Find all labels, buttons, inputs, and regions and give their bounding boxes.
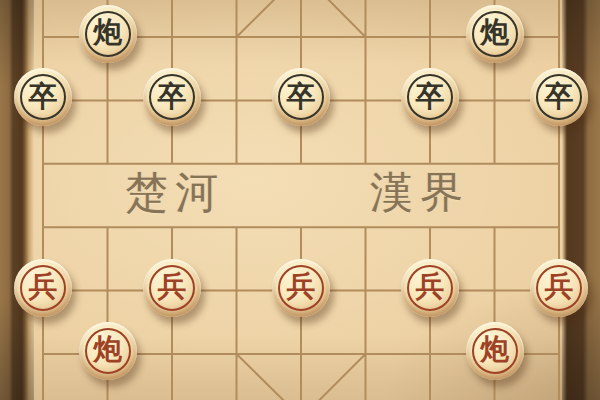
piece-black-soldier[interactable]: 卒 <box>401 68 459 126</box>
piece-glyph: 卒 <box>545 82 574 111</box>
piece-red-soldier[interactable]: 兵 <box>143 259 201 317</box>
piece-glyph: 卒 <box>29 82 58 111</box>
piece-glyph: 卒 <box>287 82 316 111</box>
piece-glyph: 炮 <box>93 18 122 47</box>
piece-glyph: 兵 <box>416 272 445 301</box>
piece-black-soldier[interactable]: 卒 <box>272 68 330 126</box>
piece-glyph: 炮 <box>480 18 509 47</box>
piece-black-soldier[interactable]: 卒 <box>530 68 588 126</box>
piece-glyph: 卒 <box>158 82 187 111</box>
piece-red-cannon[interactable]: 炮 <box>466 322 524 380</box>
piece-black-cannon[interactable]: 炮 <box>466 5 524 63</box>
piece-black-cannon[interactable]: 炮 <box>79 5 137 63</box>
piece-black-soldier[interactable]: 卒 <box>14 68 72 126</box>
xiangqi-board[interactable]: 楚河 漢界 炮炮卒卒卒卒卒兵兵兵兵兵炮炮 <box>0 0 600 400</box>
piece-red-soldier[interactable]: 兵 <box>14 259 72 317</box>
piece-glyph: 兵 <box>158 272 187 301</box>
piece-glyph: 炮 <box>480 335 509 364</box>
piece-black-soldier[interactable]: 卒 <box>143 68 201 126</box>
piece-red-soldier[interactable]: 兵 <box>272 259 330 317</box>
piece-glyph: 兵 <box>545 272 574 301</box>
piece-red-cannon[interactable]: 炮 <box>79 322 137 380</box>
piece-glyph: 兵 <box>287 272 316 301</box>
pieces-layer: 炮炮卒卒卒卒卒兵兵兵兵兵炮炮 <box>11 5 592 385</box>
piece-red-soldier[interactable]: 兵 <box>530 259 588 317</box>
piece-red-soldier[interactable]: 兵 <box>401 259 459 317</box>
piece-glyph: 卒 <box>416 82 445 111</box>
piece-glyph: 兵 <box>29 272 58 301</box>
piece-glyph: 炮 <box>93 335 122 364</box>
